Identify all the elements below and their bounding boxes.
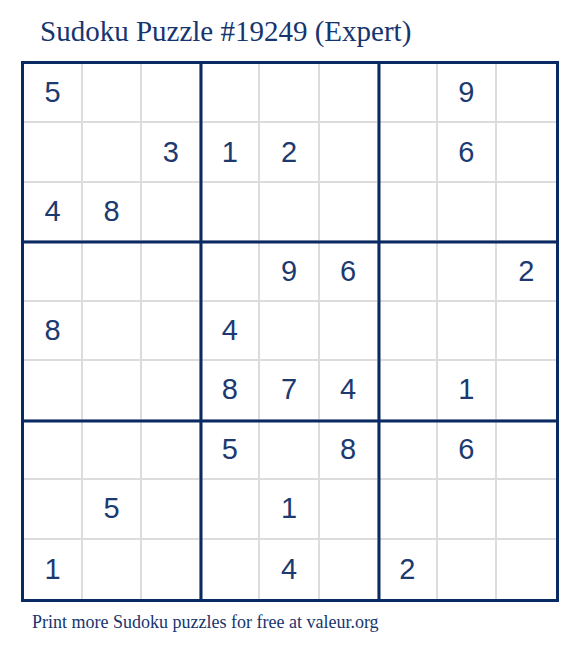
sudoku-cell-r8c1 [24,480,83,539]
sudoku-cell-r1c3 [142,64,201,123]
page-title: Sudoku Puzzle #19249 (Expert) [40,14,411,48]
sudoku-cell-r6c2 [83,361,142,420]
sudoku-cell-r4c2 [83,242,142,301]
sudoku-grid: 5931264896284874158651142 [24,64,556,599]
sudoku-cell-r5c7 [379,302,438,361]
sudoku-cell-r4c7 [379,242,438,301]
sudoku-cell-r5c3 [142,302,201,361]
sudoku-cell-r9c5: 4 [260,540,319,599]
sudoku-cell-r1c1: 5 [24,64,83,123]
sudoku-cell-r4c3 [142,242,201,301]
sudoku-cell-r3c2: 8 [83,183,142,242]
sudoku-cell-r4c8 [438,242,497,301]
sudoku-cell-r6c3 [142,361,201,420]
sudoku-cell-r6c7 [379,361,438,420]
box-divider-vertical-1 [200,64,203,599]
sudoku-cell-r6c8: 1 [438,361,497,420]
sudoku-cell-r2c5: 2 [260,123,319,182]
sudoku-cell-r4c6: 6 [320,242,379,301]
sudoku-cell-r9c7: 2 [379,540,438,599]
sudoku-cell-r6c5: 7 [260,361,319,420]
box-divider-horizontal-1 [24,241,556,244]
sudoku-cell-r7c1 [24,421,83,480]
sudoku-cell-r8c3 [142,480,201,539]
sudoku-cell-r6c6: 4 [320,361,379,420]
sudoku-cell-r7c5 [260,421,319,480]
sudoku-cell-r9c1: 1 [24,540,83,599]
sudoku-cell-r8c7 [379,480,438,539]
sudoku-cell-r3c1: 4 [24,183,83,242]
sudoku-cell-r4c4 [201,242,260,301]
sudoku-cell-r7c6: 8 [320,421,379,480]
sudoku-cell-r8c4 [201,480,260,539]
sudoku-cell-r3c3 [142,183,201,242]
sudoku-cell-r3c7 [379,183,438,242]
sudoku-cell-r7c7 [379,421,438,480]
sudoku-cell-r1c6 [320,64,379,123]
sudoku-cell-r9c3 [142,540,201,599]
sudoku-cell-r3c4 [201,183,260,242]
sudoku-cell-r5c4: 4 [201,302,260,361]
sudoku-cell-r2c8: 6 [438,123,497,182]
sudoku-cell-r2c7 [379,123,438,182]
sudoku-cell-r7c4: 5 [201,421,260,480]
sudoku-cell-r5c5 [260,302,319,361]
sudoku-cell-r7c2 [83,421,142,480]
sudoku-cell-r4c9: 2 [497,242,556,301]
sudoku-cell-r3c5 [260,183,319,242]
sudoku-cell-r1c2 [83,64,142,123]
sudoku-cell-r8c9 [497,480,556,539]
sudoku-cell-r3c8 [438,183,497,242]
sudoku-cell-r6c4: 8 [201,361,260,420]
sudoku-cell-r7c3 [142,421,201,480]
sudoku-cell-r9c2 [83,540,142,599]
sudoku-cell-r9c4 [201,540,260,599]
sudoku-cell-r5c9 [497,302,556,361]
sudoku-cell-r5c2 [83,302,142,361]
sudoku-cell-r9c8 [438,540,497,599]
sudoku-cell-r1c7 [379,64,438,123]
sudoku-cell-r2c6 [320,123,379,182]
sudoku-board: 5931264896284874158651142 [21,61,559,602]
sudoku-cell-r5c6 [320,302,379,361]
sudoku-cell-r2c3: 3 [142,123,201,182]
sudoku-cell-r2c2 [83,123,142,182]
box-divider-horizontal-2 [24,419,556,422]
footer-text: Print more Sudoku puzzles for free at va… [32,611,379,633]
sudoku-cell-r3c9 [497,183,556,242]
sudoku-cell-r2c1 [24,123,83,182]
sudoku-cell-r1c4 [201,64,260,123]
sudoku-cell-r7c9 [497,421,556,480]
sudoku-cell-r4c1 [24,242,83,301]
box-divider-vertical-2 [377,64,380,599]
sudoku-cell-r5c1: 8 [24,302,83,361]
sudoku-cell-r8c8 [438,480,497,539]
sudoku-cell-r8c6 [320,480,379,539]
sudoku-cell-r2c9 [497,123,556,182]
sudoku-cell-r1c5 [260,64,319,123]
sudoku-cell-r3c6 [320,183,379,242]
sudoku-cell-r1c8: 9 [438,64,497,123]
sudoku-cell-r5c8 [438,302,497,361]
sudoku-cell-r8c2: 5 [83,480,142,539]
sudoku-cell-r7c8: 6 [438,421,497,480]
sudoku-cell-r1c9 [497,64,556,123]
sudoku-cell-r6c9 [497,361,556,420]
sudoku-cell-r8c5: 1 [260,480,319,539]
sudoku-cell-r4c5: 9 [260,242,319,301]
sudoku-cell-r2c4: 1 [201,123,260,182]
sudoku-cell-r6c1 [24,361,83,420]
sudoku-cell-r9c6 [320,540,379,599]
